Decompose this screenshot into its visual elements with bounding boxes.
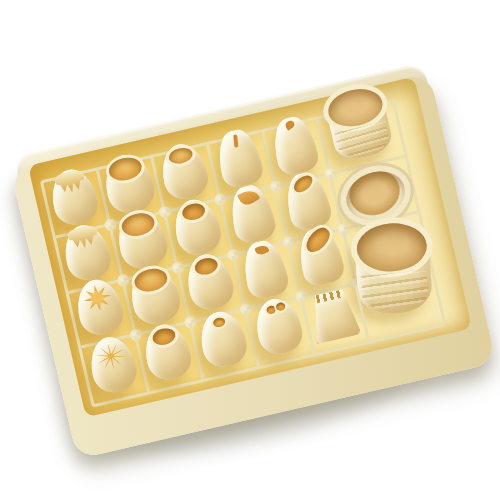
- large-coupler-tilted: [354, 231, 433, 316]
- open-star-nozzle: [46, 165, 101, 228]
- coupler-standing: [324, 91, 394, 163]
- basket-weave-nozzle: [306, 287, 362, 344]
- tray-grid: [40, 99, 447, 408]
- tray-interior: [28, 77, 472, 417]
- petal-nozzle: [268, 114, 321, 178]
- round-nozzle: [157, 139, 212, 202]
- storage-tray: [14, 62, 487, 431]
- tray-cell-r4c5: [302, 285, 370, 353]
- product-photo: [0, 0, 500, 500]
- leaf-nozzle: [213, 127, 266, 191]
- large-round-nozzle: [100, 150, 159, 217]
